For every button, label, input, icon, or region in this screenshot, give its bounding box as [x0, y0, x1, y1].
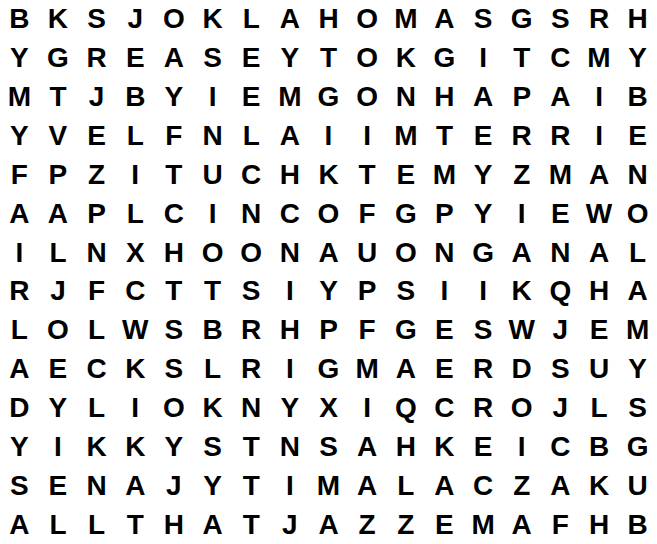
grid-cell[interactable]: R — [232, 350, 271, 389]
grid-cell[interactable]: J — [77, 78, 116, 117]
grid-cell[interactable]: H — [580, 505, 619, 544]
grid-cell[interactable]: Y — [155, 427, 194, 466]
grid-cell[interactable]: K — [116, 427, 155, 466]
grid-cell[interactable]: A — [0, 505, 39, 544]
grid-cell[interactable]: K — [77, 427, 116, 466]
grid-cell[interactable]: A — [541, 466, 580, 505]
grid-cell[interactable]: R — [541, 117, 580, 156]
grid-cell[interactable]: O — [39, 311, 78, 350]
grid-cell[interactable]: N — [541, 233, 580, 272]
grid-cell[interactable]: K — [425, 427, 464, 466]
grid-cell[interactable]: Y — [309, 272, 348, 311]
grid-cell[interactable]: H — [618, 0, 657, 39]
grid-cell[interactable]: M — [425, 155, 464, 194]
grid-cell[interactable]: Q — [386, 389, 425, 428]
grid-cell[interactable]: Z — [348, 505, 387, 544]
grid-cell[interactable]: O — [618, 194, 657, 233]
grid-cell[interactable]: J — [541, 311, 580, 350]
grid-cell[interactable]: D — [0, 389, 39, 428]
grid-cell[interactable]: I — [271, 466, 310, 505]
grid-cell[interactable]: I — [39, 427, 78, 466]
grid-cell[interactable]: C — [425, 389, 464, 428]
grid-cell[interactable]: G — [502, 0, 541, 39]
grid-cell[interactable]: I — [271, 272, 310, 311]
grid-cell[interactable]: A — [348, 427, 387, 466]
grid-cell[interactable]: W — [580, 194, 619, 233]
grid-cell[interactable]: A — [116, 466, 155, 505]
grid-cell[interactable]: Y — [155, 78, 194, 117]
grid-cell[interactable]: J — [116, 0, 155, 39]
grid-cell[interactable]: A — [271, 0, 310, 39]
grid-cell[interactable]: H — [155, 505, 194, 544]
grid-cell[interactable]: Y — [193, 466, 232, 505]
grid-cell[interactable]: O — [386, 233, 425, 272]
grid-cell[interactable]: T — [155, 155, 194, 194]
grid-cell[interactable]: G — [386, 311, 425, 350]
grid-cell[interactable]: L — [77, 311, 116, 350]
grid-cell[interactable]: M — [309, 466, 348, 505]
grid-cell[interactable]: Y — [618, 39, 657, 78]
grid-cell[interactable]: E — [232, 78, 271, 117]
grid-cell[interactable]: H — [271, 311, 310, 350]
grid-cell[interactable]: E — [39, 350, 78, 389]
grid-cell[interactable]: M — [271, 78, 310, 117]
grid-cell[interactable]: F — [348, 311, 387, 350]
grid-cell[interactable]: V — [39, 117, 78, 156]
grid-cell[interactable]: A — [580, 233, 619, 272]
grid-cell[interactable]: L — [232, 117, 271, 156]
grid-cell[interactable]: B — [116, 78, 155, 117]
word-search-grid: BKSJOKLAHOMASGSRHYGREASEYTOKGITCMYMTJBYI… — [0, 0, 657, 544]
grid-cell[interactable]: L — [77, 505, 116, 544]
grid-cell[interactable]: O — [348, 78, 387, 117]
grid-cell[interactable]: I — [193, 194, 232, 233]
grid-cell[interactable]: M — [464, 505, 503, 544]
grid-cell[interactable]: A — [0, 194, 39, 233]
grid-cell[interactable]: K — [116, 350, 155, 389]
grid-cell[interactable]: I — [464, 39, 503, 78]
grid-cell[interactable]: G — [386, 194, 425, 233]
grid-cell[interactable]: E — [464, 427, 503, 466]
grid-cell[interactable]: L — [580, 389, 619, 428]
grid-cell[interactable]: L — [39, 505, 78, 544]
grid-cell[interactable]: L — [193, 350, 232, 389]
grid-cell[interactable]: K — [386, 39, 425, 78]
grid-cell[interactable]: H — [386, 427, 425, 466]
grid-cell[interactable]: O — [155, 0, 194, 39]
grid-cell[interactable]: H — [580, 272, 619, 311]
grid-cell[interactable]: B — [580, 427, 619, 466]
grid-cell[interactable]: O — [348, 0, 387, 39]
grid-cell[interactable]: F — [0, 155, 39, 194]
grid-cell[interactable]: I — [0, 233, 39, 272]
grid-cell[interactable]: K — [502, 272, 541, 311]
grid-cell[interactable]: A — [502, 233, 541, 272]
grid-cell[interactable]: E — [232, 39, 271, 78]
grid-cell[interactable]: M — [386, 0, 425, 39]
grid-cell[interactable]: T — [39, 78, 78, 117]
grid-cell[interactable]: N — [386, 78, 425, 117]
grid-cell[interactable]: T — [232, 505, 271, 544]
grid-cell[interactable]: I — [309, 117, 348, 156]
grid-cell[interactable]: N — [232, 389, 271, 428]
grid-cell[interactable]: C — [155, 194, 194, 233]
grid-cell[interactable]: T — [348, 155, 387, 194]
grid-cell[interactable]: T — [425, 117, 464, 156]
grid-cell[interactable]: I — [348, 389, 387, 428]
grid-cell[interactable]: C — [464, 466, 503, 505]
grid-cell[interactable]: W — [116, 311, 155, 350]
grid-cell[interactable]: A — [502, 505, 541, 544]
grid-cell[interactable]: T — [116, 505, 155, 544]
grid-cell[interactable]: I — [580, 78, 619, 117]
grid-cell[interactable]: U — [580, 350, 619, 389]
grid-cell[interactable]: L — [77, 389, 116, 428]
grid-cell[interactable]: L — [232, 0, 271, 39]
grid-cell[interactable]: S — [155, 350, 194, 389]
grid-cell[interactable]: J — [541, 389, 580, 428]
grid-cell[interactable]: E — [77, 117, 116, 156]
grid-cell[interactable]: P — [77, 194, 116, 233]
grid-cell[interactable]: G — [309, 350, 348, 389]
grid-cell[interactable]: N — [193, 117, 232, 156]
grid-cell[interactable]: M — [0, 78, 39, 117]
grid-cell[interactable]: E — [39, 466, 78, 505]
grid-cell[interactable]: C — [232, 155, 271, 194]
grid-cell[interactable]: O — [193, 233, 232, 272]
grid-cell[interactable]: M — [580, 39, 619, 78]
grid-cell[interactable]: G — [618, 427, 657, 466]
grid-cell[interactable]: T — [232, 466, 271, 505]
grid-cell[interactable]: A — [271, 117, 310, 156]
grid-cell[interactable]: I — [464, 272, 503, 311]
grid-cell[interactable]: J — [39, 272, 78, 311]
grid-cell[interactable]: N — [425, 233, 464, 272]
grid-cell[interactable]: E — [618, 117, 657, 156]
grid-cell[interactable]: S — [77, 0, 116, 39]
grid-cell[interactable]: N — [232, 194, 271, 233]
grid-cell[interactable]: F — [77, 272, 116, 311]
grid-cell[interactable]: T — [232, 427, 271, 466]
grid-cell[interactable]: K — [39, 0, 78, 39]
grid-cell[interactable]: Z — [386, 505, 425, 544]
grid-cell[interactable]: S — [193, 39, 232, 78]
grid-cell[interactable]: S — [541, 350, 580, 389]
grid-cell[interactable]: H — [309, 0, 348, 39]
grid-cell[interactable]: J — [155, 466, 194, 505]
grid-cell[interactable]: A — [425, 466, 464, 505]
grid-cell[interactable]: G — [425, 39, 464, 78]
grid-cell[interactable]: I — [348, 117, 387, 156]
grid-cell[interactable]: R — [502, 117, 541, 156]
grid-cell[interactable]: S — [232, 272, 271, 311]
grid-cell[interactable]: A — [309, 505, 348, 544]
grid-cell[interactable]: A — [386, 350, 425, 389]
grid-cell[interactable]: T — [502, 39, 541, 78]
grid-cell[interactable]: M — [348, 350, 387, 389]
grid-cell[interactable]: A — [618, 272, 657, 311]
grid-cell[interactable]: R — [580, 0, 619, 39]
grid-cell[interactable]: E — [425, 311, 464, 350]
grid-cell[interactable]: E — [425, 505, 464, 544]
grid-cell[interactable]: E — [464, 117, 503, 156]
grid-cell[interactable]: F — [541, 505, 580, 544]
grid-cell[interactable]: Y — [618, 350, 657, 389]
grid-cell[interactable]: S — [464, 311, 503, 350]
grid-cell[interactable]: R — [0, 272, 39, 311]
grid-cell[interactable]: O — [155, 389, 194, 428]
grid-cell[interactable]: H — [271, 155, 310, 194]
grid-cell[interactable]: C — [116, 272, 155, 311]
grid-cell[interactable]: N — [77, 466, 116, 505]
grid-cell[interactable]: H — [155, 233, 194, 272]
grid-cell[interactable]: I — [502, 427, 541, 466]
grid-cell[interactable]: I — [271, 350, 310, 389]
grid-cell[interactable]: P — [309, 311, 348, 350]
grid-cell[interactable]: Z — [502, 466, 541, 505]
grid-cell[interactable]: I — [193, 78, 232, 117]
grid-cell[interactable]: X — [116, 233, 155, 272]
grid-cell[interactable]: S — [618, 389, 657, 428]
grid-cell[interactable]: O — [348, 39, 387, 78]
grid-cell[interactable]: W — [502, 311, 541, 350]
grid-cell[interactable]: L — [116, 194, 155, 233]
grid-cell[interactable]: F — [155, 117, 194, 156]
grid-cell[interactable]: Y — [0, 39, 39, 78]
grid-cell[interactable]: N — [271, 427, 310, 466]
grid-cell[interactable]: P — [502, 78, 541, 117]
grid-cell[interactable]: I — [116, 389, 155, 428]
grid-cell[interactable]: A — [0, 350, 39, 389]
grid-cell[interactable]: L — [39, 233, 78, 272]
grid-cell[interactable]: Y — [464, 155, 503, 194]
grid-cell[interactable]: N — [618, 155, 657, 194]
grid-cell[interactable]: F — [348, 194, 387, 233]
grid-cell[interactable]: L — [386, 466, 425, 505]
grid-cell[interactable]: Y — [0, 117, 39, 156]
grid-cell[interactable]: P — [39, 155, 78, 194]
grid-cell[interactable]: T — [155, 272, 194, 311]
grid-cell[interactable]: K — [193, 389, 232, 428]
grid-cell[interactable]: I — [502, 194, 541, 233]
grid-cell[interactable]: K — [580, 466, 619, 505]
grid-cell[interactable]: I — [580, 117, 619, 156]
grid-cell[interactable]: E — [580, 311, 619, 350]
grid-cell[interactable]: Q — [541, 272, 580, 311]
grid-cell[interactable]: C — [77, 350, 116, 389]
grid-cell[interactable]: M — [618, 311, 657, 350]
grid-cell[interactable]: G — [309, 78, 348, 117]
grid-cell[interactable]: R — [232, 311, 271, 350]
grid-cell[interactable]: Y — [39, 389, 78, 428]
grid-cell[interactable]: E — [425, 350, 464, 389]
grid-cell[interactable]: O — [232, 233, 271, 272]
grid-cell[interactable]: U — [193, 155, 232, 194]
grid-cell[interactable]: A — [348, 466, 387, 505]
grid-cell[interactable]: G — [464, 233, 503, 272]
grid-cell[interactable]: I — [425, 272, 464, 311]
grid-cell[interactable]: O — [309, 194, 348, 233]
grid-cell[interactable]: K — [309, 155, 348, 194]
grid-cell[interactable]: A — [425, 0, 464, 39]
grid-cell[interactable]: S — [464, 0, 503, 39]
grid-cell[interactable]: A — [464, 78, 503, 117]
grid-cell[interactable]: H — [425, 78, 464, 117]
grid-cell[interactable]: S — [0, 466, 39, 505]
grid-cell[interactable]: G — [39, 39, 78, 78]
grid-cell[interactable]: A — [541, 78, 580, 117]
grid-cell[interactable]: X — [309, 389, 348, 428]
grid-cell[interactable]: J — [271, 505, 310, 544]
grid-cell[interactable]: E — [386, 155, 425, 194]
grid-cell[interactable]: D — [502, 350, 541, 389]
grid-cell[interactable]: A — [155, 39, 194, 78]
grid-cell[interactable]: R — [464, 389, 503, 428]
grid-cell[interactable]: P — [425, 194, 464, 233]
grid-cell[interactable]: S — [193, 427, 232, 466]
grid-cell[interactable]: M — [541, 155, 580, 194]
grid-cell[interactable]: L — [0, 311, 39, 350]
grid-cell[interactable]: T — [193, 272, 232, 311]
grid-cell[interactable]: Y — [271, 389, 310, 428]
grid-cell[interactable]: Y — [464, 194, 503, 233]
grid-cell[interactable]: A — [309, 233, 348, 272]
grid-cell[interactable]: E — [116, 39, 155, 78]
grid-cell[interactable]: Z — [502, 155, 541, 194]
grid-cell[interactable]: C — [541, 427, 580, 466]
grid-cell[interactable]: B — [618, 78, 657, 117]
grid-cell[interactable]: A — [193, 505, 232, 544]
grid-cell[interactable]: B — [193, 311, 232, 350]
grid-cell[interactable]: S — [309, 427, 348, 466]
grid-cell[interactable]: Y — [0, 427, 39, 466]
grid-cell[interactable]: B — [618, 505, 657, 544]
grid-cell[interactable]: S — [541, 0, 580, 39]
grid-cell[interactable]: O — [502, 389, 541, 428]
grid-cell[interactable]: A — [580, 155, 619, 194]
grid-cell[interactable]: P — [348, 272, 387, 311]
grid-cell[interactable]: L — [116, 117, 155, 156]
grid-cell[interactable]: S — [155, 311, 194, 350]
grid-cell[interactable]: C — [271, 194, 310, 233]
grid-cell[interactable]: K — [193, 0, 232, 39]
grid-cell[interactable]: R — [464, 350, 503, 389]
grid-cell[interactable]: E — [541, 194, 580, 233]
grid-cell[interactable]: Z — [77, 155, 116, 194]
grid-cell[interactable]: T — [309, 39, 348, 78]
grid-cell[interactable]: U — [348, 233, 387, 272]
grid-cell[interactable]: B — [0, 0, 39, 39]
grid-cell[interactable]: R — [77, 39, 116, 78]
grid-cell[interactable]: C — [541, 39, 580, 78]
grid-cell[interactable]: M — [386, 117, 425, 156]
grid-cell[interactable]: N — [271, 233, 310, 272]
grid-cell[interactable]: L — [618, 233, 657, 272]
grid-cell[interactable]: S — [386, 272, 425, 311]
grid-cell[interactable]: N — [77, 233, 116, 272]
grid-cell[interactable]: A — [39, 194, 78, 233]
grid-cell[interactable]: Y — [271, 39, 310, 78]
grid-cell[interactable]: U — [618, 466, 657, 505]
grid-cell[interactable]: I — [116, 155, 155, 194]
